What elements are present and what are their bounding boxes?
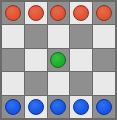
board-cell-r2c2[interactable] <box>48 49 70 71</box>
board-cell-r3c1[interactable] <box>25 72 47 94</box>
board-cell-r2c1[interactable] <box>25 49 47 71</box>
red-piece[interactable] <box>73 5 89 21</box>
red-piece[interactable] <box>28 5 44 21</box>
red-piece[interactable] <box>96 5 112 21</box>
board-cell-r1c1[interactable] <box>25 25 47 47</box>
green-piece[interactable] <box>50 52 66 68</box>
board-cell-r0c4[interactable] <box>93 2 115 24</box>
board-cell-r3c3[interactable] <box>70 72 92 94</box>
board-cell-r4c1[interactable] <box>25 96 47 118</box>
red-piece[interactable] <box>5 5 21 21</box>
board-cell-r1c4[interactable] <box>93 25 115 47</box>
board-cell-r2c3[interactable] <box>70 49 92 71</box>
board-cell-r4c2[interactable] <box>48 96 70 118</box>
board-cell-r1c0[interactable] <box>2 25 24 47</box>
red-piece[interactable] <box>50 5 66 21</box>
board-cell-r0c3[interactable] <box>70 2 92 24</box>
board-cell-r0c2[interactable] <box>48 2 70 24</box>
board-cell-r0c1[interactable] <box>25 2 47 24</box>
board-cell-r2c0[interactable] <box>2 49 24 71</box>
game-board <box>0 0 117 120</box>
board-cell-r4c0[interactable] <box>2 96 24 118</box>
blue-piece[interactable] <box>50 99 66 115</box>
blue-piece[interactable] <box>28 99 44 115</box>
board-cell-r4c4[interactable] <box>93 96 115 118</box>
board-cell-r3c2[interactable] <box>48 72 70 94</box>
board-cell-r1c3[interactable] <box>70 25 92 47</box>
board-cell-r4c3[interactable] <box>70 96 92 118</box>
blue-piece[interactable] <box>5 99 21 115</box>
board-cell-r2c4[interactable] <box>93 49 115 71</box>
board-cell-r3c0[interactable] <box>2 72 24 94</box>
board-cell-r1c2[interactable] <box>48 25 70 47</box>
board-cell-r3c4[interactable] <box>93 72 115 94</box>
blue-piece[interactable] <box>96 99 112 115</box>
board-cell-r0c0[interactable] <box>2 2 24 24</box>
blue-piece[interactable] <box>73 99 89 115</box>
